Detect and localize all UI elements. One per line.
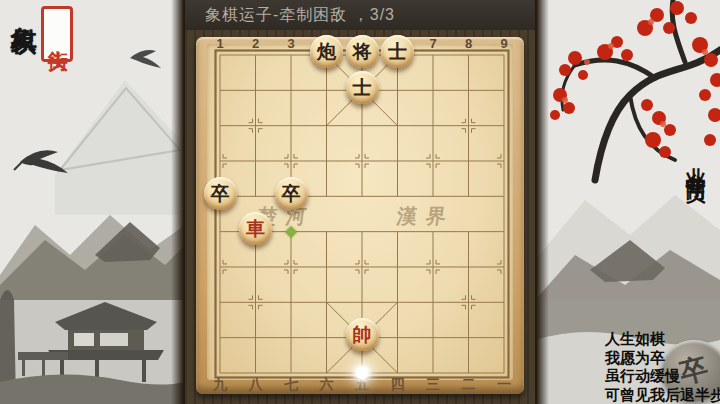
game-area: 象棋运子-牵制困敌 ，3/3 123456789 九八七六五四三二一 楚河 漢界… xyxy=(185,0,535,404)
hint-marker xyxy=(285,226,296,237)
app-window: 象棋 街头 象棋运子-牵制困敌 ，3/3 123456789 九八七六五四三二一… xyxy=(0,0,720,404)
poem-line: 可曾见我后退半步 xyxy=(605,386,720,404)
left-decor-panel: 象棋 街头 xyxy=(0,0,185,404)
puzzle-title: 象棋运子-牵制困敌 ，3/3 xyxy=(205,5,395,26)
app-logo: 象棋 街头 xyxy=(10,6,73,62)
poem-line: 人生如棋 xyxy=(605,330,720,349)
piece-character: 卒 xyxy=(211,184,230,203)
piece-character: 士 xyxy=(388,42,407,61)
piece-black-士[interactable]: 士 xyxy=(346,71,379,104)
username-text: 业叁守門员 xyxy=(683,152,710,172)
logo-text: 象棋 xyxy=(10,6,37,62)
poem-line: 虽行动缓慢 xyxy=(605,367,720,386)
piece-character: 士 xyxy=(353,78,372,97)
poem-line: 我愿为卒 xyxy=(605,349,720,368)
piece-black-士[interactable]: 士 xyxy=(381,35,414,68)
piece-layer: 炮将士士卒卒車帥 xyxy=(202,37,522,390)
piece-character: 帥 xyxy=(353,325,372,344)
piece-black-将[interactable]: 将 xyxy=(346,35,379,68)
piece-red-車[interactable]: 車 xyxy=(239,212,272,245)
move-origin-glow-marker xyxy=(356,367,368,379)
title-bar: 象棋运子-牵制困敌 ，3/3 xyxy=(185,0,535,30)
piece-red-帥[interactable]: 帥 xyxy=(346,318,379,351)
piece-character: 車 xyxy=(246,219,265,238)
piece-black-卒[interactable]: 卒 xyxy=(275,177,308,210)
piece-black-炮[interactable]: 炮 xyxy=(310,35,343,68)
logo-seal: 街头 xyxy=(41,6,73,62)
piece-character: 炮 xyxy=(317,42,336,61)
panel-shadow-right xyxy=(535,0,549,404)
piece-black-卒[interactable]: 卒 xyxy=(204,177,237,210)
right-decor-panel: % 业叁守門员 人生如棋我愿为卒虽行动缓慢可曾见我后退半步 卒 xyxy=(535,0,720,404)
piece-character: 将 xyxy=(353,42,372,61)
piece-character: 卒 xyxy=(282,184,301,203)
panel-shadow-left xyxy=(171,0,185,404)
poem-text: 人生如棋我愿为卒虽行动缓慢可曾见我后退半步 xyxy=(605,330,720,404)
